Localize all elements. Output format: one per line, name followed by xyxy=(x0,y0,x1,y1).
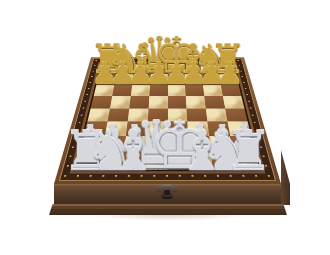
square-h1[interactable]: ♜ xyxy=(233,152,259,169)
square-h6[interactable] xyxy=(221,85,242,96)
board-grid: ♜♞♝♛♚♝♞♜♟♟♟♟♟♟♟♟♟♟♟♟♟♟♟♟♜♞♝♛♚♝♞♜ xyxy=(76,64,260,169)
square-g6[interactable] xyxy=(203,85,223,96)
square-a6[interactable] xyxy=(94,85,115,96)
square-e6[interactable] xyxy=(168,85,186,96)
square-d6[interactable] xyxy=(149,85,167,96)
white-rook-h1[interactable]: ♜ xyxy=(216,129,282,172)
black-pawn-h7[interactable]: ♟ xyxy=(205,61,256,85)
board-edge: ♜♞♝♛♚♝♞♜♟♟♟♟♟♟♟♟♟♟♟♟♟♟♟♟♜♞♝♛♚♝♞♜ xyxy=(73,63,262,171)
chess-box-side xyxy=(281,150,290,205)
square-c1[interactable]: ♝ xyxy=(122,152,146,169)
square-h5[interactable] xyxy=(223,96,244,108)
chess-box-base-molding xyxy=(49,204,287,215)
white-bishop-c1[interactable]: ♝ xyxy=(100,129,166,172)
inner-frame: ♜♞♝♛♚♝♞♜♟♟♟♟♟♟♟♟♟♟♟♟♟♟♟♟♜♞♝♛♚♝♞♜ xyxy=(70,62,266,173)
square-a5[interactable] xyxy=(91,96,112,108)
square-b6[interactable] xyxy=(112,85,132,96)
board-frame: ♜♞♝♛♚♝♞♜♟♟♟♟♟♟♟♟♟♟♟♟♟♟♟♟♜♞♝♛♚♝♞♜ xyxy=(54,57,281,184)
inlay-border: ♜♞♝♛♚♝♞♜♟♟♟♟♟♟♟♟♟♟♟♟♟♟♟♟♜♞♝♛♚♝♞♜ xyxy=(59,59,276,181)
square-c6[interactable] xyxy=(131,85,150,96)
square-f6[interactable] xyxy=(185,85,204,96)
latch-slot-icon xyxy=(164,190,170,195)
square-h7[interactable]: ♟ xyxy=(219,74,239,85)
chess-board: ♜♞♝♛♚♝♞♜♟♟♟♟♟♟♟♟♟♟♟♟♟♟♟♟♜♞♝♛♚♝♞♜ xyxy=(54,0,281,184)
box-latch xyxy=(156,184,178,201)
product-photo: ♜♞♝♛♚♝♞♜♟♟♟♟♟♟♟♟♟♟♟♟♟♟♟♟♜♞♝♛♚♝♞♜ xyxy=(0,0,330,255)
